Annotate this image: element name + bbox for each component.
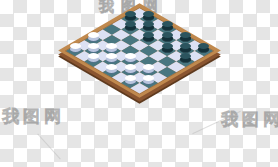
checker-piece-white[interactable]: [106, 64, 117, 70]
checker-piece-dark[interactable]: [180, 43, 191, 49]
checker-piece-white[interactable]: [125, 53, 136, 59]
checker-piece-dark[interactable]: [162, 43, 173, 49]
checker-piece-dark[interactable]: [143, 32, 154, 38]
checker-piece-dark[interactable]: [198, 43, 209, 49]
checker-piece-dark[interactable]: [180, 32, 191, 38]
pieces-layer: [0, 0, 278, 167]
checker-piece-white[interactable]: [88, 43, 99, 49]
checker-piece-white[interactable]: [106, 43, 117, 49]
checker-piece-white[interactable]: [125, 64, 136, 70]
checker-piece-dark[interactable]: [162, 32, 173, 38]
checker-piece-dark[interactable]: [143, 21, 154, 27]
checker-piece-white[interactable]: [106, 53, 117, 59]
checker-piece-dark[interactable]: [143, 11, 154, 17]
checker-piece-dark[interactable]: [125, 21, 136, 27]
checker-piece-white[interactable]: [88, 53, 99, 59]
checker-piece-dark[interactable]: [162, 21, 173, 27]
checker-piece-white[interactable]: [143, 75, 154, 81]
checker-piece-white[interactable]: [143, 64, 154, 70]
checker-piece-dark[interactable]: [180, 53, 191, 59]
checker-piece-white[interactable]: [125, 75, 136, 81]
checker-piece-white[interactable]: [88, 32, 99, 38]
checker-piece-dark[interactable]: [125, 11, 136, 17]
checker-piece-white[interactable]: [70, 43, 81, 49]
transparency-background: 我图网 我图网 我图网: [0, 0, 278, 167]
